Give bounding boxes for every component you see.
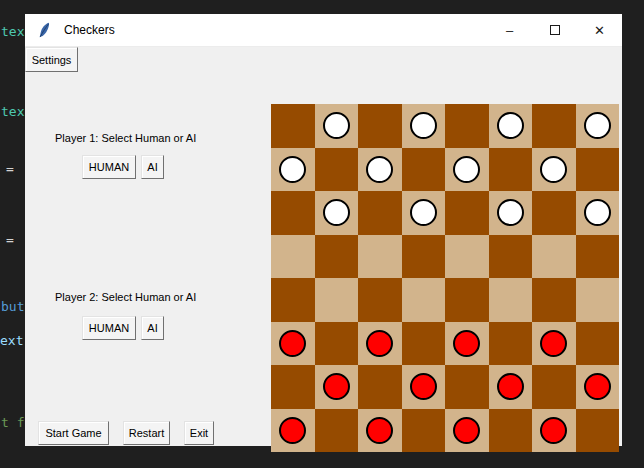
square-r7c7[interactable] (532, 365, 576, 409)
maximize-icon (550, 25, 560, 35)
player2-ai-button[interactable]: AI (141, 316, 164, 340)
white-checker-piece[interactable] (410, 112, 437, 139)
square-r7c8[interactable] (576, 365, 620, 409)
square-r1c3[interactable] (358, 104, 402, 148)
square-r1c2[interactable] (315, 104, 359, 148)
square-r8c7[interactable] (532, 409, 576, 453)
square-r2c2[interactable] (315, 148, 359, 192)
square-r6c4[interactable] (402, 322, 446, 366)
close-icon: ✕ (594, 23, 605, 38)
player1-human-button[interactable]: HUMAN (82, 155, 136, 179)
editor-code-fragment-6: ext (0, 333, 23, 348)
square-r8c2[interactable] (315, 409, 359, 453)
exit-button[interactable]: Exit (184, 421, 214, 445)
square-r2c8[interactable] (576, 148, 620, 192)
square-r2c5[interactable] (445, 148, 489, 192)
square-r7c2[interactable] (315, 365, 359, 409)
square-r1c6[interactable] (489, 104, 533, 148)
square-r6c8[interactable] (576, 322, 620, 366)
square-r2c1[interactable] (271, 148, 315, 192)
player2-human-button[interactable]: HUMAN (82, 316, 136, 340)
minimize-button[interactable]: – (487, 14, 532, 46)
square-r5c8[interactable] (576, 278, 620, 322)
white-checker-piece[interactable] (497, 112, 524, 139)
square-r2c7[interactable] (532, 148, 576, 192)
red-checker-piece[interactable] (584, 373, 611, 400)
white-checker-piece[interactable] (497, 199, 524, 226)
tk-feather-icon (37, 22, 52, 39)
square-r6c7[interactable] (532, 322, 576, 366)
player1-choice-row: HUMAN AI (82, 155, 164, 179)
white-checker-piece[interactable] (323, 199, 350, 226)
square-r8c6[interactable] (489, 409, 533, 453)
red-checker-piece[interactable] (497, 373, 524, 400)
square-r7c5[interactable] (445, 365, 489, 409)
start-game-button[interactable]: Start Game (38, 421, 109, 445)
red-checker-piece[interactable] (453, 417, 480, 444)
square-r8c1[interactable] (271, 409, 315, 453)
editor-code-fragment-5: but (1, 299, 24, 314)
editor-code-fragment-1: tex (1, 24, 24, 39)
game-control-row: Start Game Restart Exit (38, 421, 214, 445)
square-r5c1[interactable] (271, 278, 315, 322)
square-r5c2[interactable] (315, 278, 359, 322)
square-r6c6[interactable] (489, 322, 533, 366)
square-r6c2[interactable] (315, 322, 359, 366)
editor-code-fragment-3: = (6, 161, 14, 176)
red-checker-piece[interactable] (410, 373, 437, 400)
square-r1c7[interactable] (532, 104, 576, 148)
square-r6c1[interactable] (271, 322, 315, 366)
red-checker-piece[interactable] (453, 330, 480, 357)
white-checker-piece[interactable] (584, 199, 611, 226)
maximize-button[interactable] (532, 14, 577, 46)
square-r4c2[interactable] (315, 235, 359, 279)
red-checker-piece[interactable] (323, 373, 350, 400)
square-r5c4[interactable] (402, 278, 446, 322)
square-r3c7[interactable] (532, 191, 576, 235)
square-r4c1[interactable] (271, 235, 315, 279)
window-client-area: Settings Player 1: Select Human or AI HU… (25, 47, 622, 445)
white-checker-piece[interactable] (323, 112, 350, 139)
square-r4c8[interactable] (576, 235, 620, 279)
checkers-board[interactable] (271, 104, 619, 452)
square-r3c6[interactable] (489, 191, 533, 235)
square-r7c3[interactable] (358, 365, 402, 409)
red-checker-piece[interactable] (366, 417, 393, 444)
white-checker-piece[interactable] (366, 156, 393, 183)
square-r5c7[interactable] (532, 278, 576, 322)
square-r8c4[interactable] (402, 409, 446, 453)
square-r8c5[interactable] (445, 409, 489, 453)
square-r2c6[interactable] (489, 148, 533, 192)
red-checker-piece[interactable] (540, 417, 567, 444)
white-checker-piece[interactable] (584, 112, 611, 139)
square-r3c2[interactable] (315, 191, 359, 235)
editor-code-fragment-2: tex (1, 104, 24, 119)
player1-label: Player 1: Select Human or AI (55, 132, 196, 144)
square-r5c5[interactable] (445, 278, 489, 322)
square-r1c1[interactable] (271, 104, 315, 148)
square-r8c3[interactable] (358, 409, 402, 453)
titlebar: Checkers – ✕ (25, 14, 622, 47)
square-r3c8[interactable] (576, 191, 620, 235)
window-title: Checkers (64, 23, 115, 37)
square-r1c5[interactable] (445, 104, 489, 148)
square-r4c4[interactable] (402, 235, 446, 279)
square-r6c5[interactable] (445, 322, 489, 366)
square-r7c6[interactable] (489, 365, 533, 409)
square-r3c1[interactable] (271, 191, 315, 235)
square-r3c5[interactable] (445, 191, 489, 235)
square-r2c4[interactable] (402, 148, 446, 192)
square-r5c3[interactable] (358, 278, 402, 322)
white-checker-piece[interactable] (540, 156, 567, 183)
red-checker-piece[interactable] (279, 330, 306, 357)
close-button[interactable]: ✕ (577, 14, 622, 46)
square-r8c8[interactable] (576, 409, 620, 453)
square-r7c4[interactable] (402, 365, 446, 409)
white-checker-piece[interactable] (410, 199, 437, 226)
white-checker-piece[interactable] (279, 156, 306, 183)
player2-label: Player 2: Select Human or AI (55, 291, 196, 303)
window-controls: – ✕ (487, 14, 622, 46)
settings-button[interactable]: Settings (25, 47, 78, 72)
player1-ai-button[interactable]: AI (141, 155, 164, 179)
square-r4c7[interactable] (532, 235, 576, 279)
square-r5c6[interactable] (489, 278, 533, 322)
red-checker-piece[interactable] (540, 330, 567, 357)
square-r1c8[interactable] (576, 104, 620, 148)
checkers-window: Checkers – ✕ Settings Player 1: Select H… (25, 14, 622, 446)
square-r3c4[interactable] (402, 191, 446, 235)
minimize-icon: – (506, 23, 513, 38)
square-r3c3[interactable] (358, 191, 402, 235)
square-r4c6[interactable] (489, 235, 533, 279)
restart-button[interactable]: Restart (123, 421, 170, 445)
square-r4c5[interactable] (445, 235, 489, 279)
red-checker-piece[interactable] (279, 417, 306, 444)
square-r6c3[interactable] (358, 322, 402, 366)
square-r4c3[interactable] (358, 235, 402, 279)
player2-choice-row: HUMAN AI (82, 316, 164, 340)
red-checker-piece[interactable] (366, 330, 393, 357)
editor-code-fragment-4: = (6, 232, 14, 247)
screen: textex==butextt fo Checkers – ✕ Set (0, 0, 644, 468)
square-r7c1[interactable] (271, 365, 315, 409)
white-checker-piece[interactable] (453, 156, 480, 183)
square-r2c3[interactable] (358, 148, 402, 192)
square-r1c4[interactable] (402, 104, 446, 148)
